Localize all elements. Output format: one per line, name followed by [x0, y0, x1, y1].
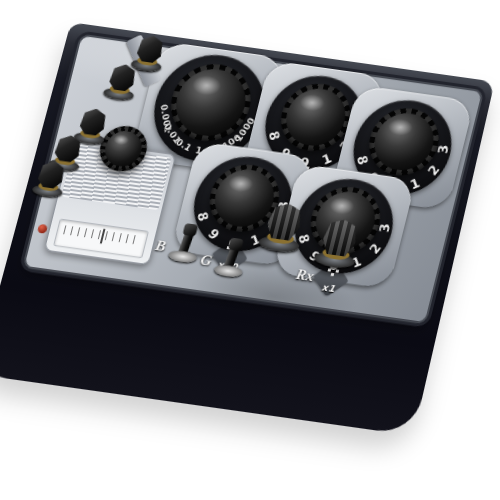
red-index-dot: [37, 224, 48, 234]
key-base: [167, 249, 197, 264]
bridge-instrument: 0.0010.010.11101001000 890123 x1000 8901…: [0, 9, 500, 432]
multiplier-label: x1: [321, 281, 337, 294]
photo-background: 0.0010.010.11101001000 890123 x1000 8901…: [0, 0, 500, 500]
binding-post[interactable]: [102, 54, 142, 101]
rx-terminal-label: Rx: [294, 266, 315, 285]
key-tip: [228, 238, 244, 252]
key-base: [213, 264, 243, 279]
key-tip: [182, 223, 198, 237]
